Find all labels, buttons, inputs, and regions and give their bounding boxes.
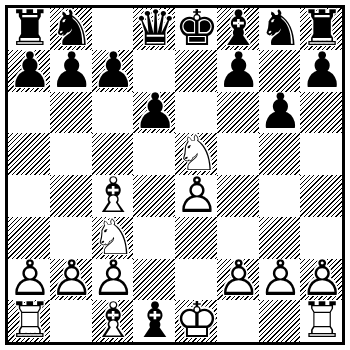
square-d7[interactable] [133,50,175,92]
square-h5[interactable] [300,133,342,175]
black-pawn-halo: ♟ [259,92,301,134]
square-f1[interactable] [217,300,259,342]
white-pawn-halo: ♟ [217,259,259,301]
white-bishop-halo: ♝ [92,175,134,217]
black-pawn-a7: ♟ [8,50,50,92]
square-a3[interactable] [8,217,50,259]
square-a1[interactable]: ♜♖ [8,300,50,342]
square-e3[interactable] [175,217,217,259]
square-e7[interactable] [175,50,217,92]
black-rook-halo: ♜ [8,8,50,50]
square-h1[interactable]: ♜♖ [300,300,342,342]
black-pawn-halo: ♟ [50,50,92,92]
square-b7[interactable]: ♟♟ [50,50,92,92]
black-bishop-d1: ♝ [133,300,175,342]
square-b6[interactable] [50,92,92,134]
square-f5[interactable] [217,133,259,175]
white-pawn-g2: ♙ [259,259,301,301]
square-e4[interactable]: ♟♙ [175,175,217,217]
black-knight-halo: ♞ [50,8,92,50]
square-h8[interactable]: ♜♜ [300,8,342,50]
square-g1[interactable] [259,300,301,342]
black-knight-b8: ♞ [50,8,92,50]
white-king-halo: ♚ [175,300,217,342]
square-b5[interactable] [50,133,92,175]
white-bishop-c1: ♗ [92,300,134,342]
white-bishop-c4: ♗ [92,175,134,217]
square-c6[interactable] [92,92,134,134]
black-king-halo: ♚ [175,8,217,50]
square-h6[interactable] [300,92,342,134]
square-d4[interactable] [133,175,175,217]
square-a6[interactable] [8,92,50,134]
square-f3[interactable] [217,217,259,259]
square-b1[interactable] [50,300,92,342]
square-d6[interactable]: ♟♟ [133,92,175,134]
square-e2[interactable] [175,259,217,301]
square-a2[interactable]: ♟♙ [8,259,50,301]
white-pawn-e4: ♙ [175,175,217,217]
square-d8[interactable]: ♛♛ [133,8,175,50]
square-e8[interactable]: ♚♚ [175,8,217,50]
square-d3[interactable] [133,217,175,259]
white-pawn-halo: ♟ [8,259,50,301]
black-rook-h8: ♜ [300,8,342,50]
black-knight-g8: ♞ [259,8,301,50]
square-d5[interactable] [133,133,175,175]
white-knight-e5: ♘ [175,133,217,175]
square-b3[interactable] [50,217,92,259]
black-pawn-f7: ♟ [217,50,259,92]
square-a4[interactable] [8,175,50,217]
white-pawn-halo: ♟ [175,175,217,217]
square-g7[interactable] [259,50,301,92]
square-e1[interactable]: ♚♔ [175,300,217,342]
square-f8[interactable]: ♝♝ [217,8,259,50]
white-rook-h1: ♖ [300,300,342,342]
black-pawn-halo: ♟ [217,50,259,92]
black-queen-d8: ♛ [133,8,175,50]
square-g2[interactable]: ♟♙ [259,259,301,301]
black-pawn-halo: ♟ [92,50,134,92]
white-rook-halo: ♜ [8,300,50,342]
square-f4[interactable] [217,175,259,217]
black-pawn-halo: ♟ [300,50,342,92]
square-g4[interactable] [259,175,301,217]
square-c7[interactable]: ♟♟ [92,50,134,92]
black-bishop-halo: ♝ [217,8,259,50]
white-rook-halo: ♜ [300,300,342,342]
square-e6[interactable] [175,92,217,134]
square-a7[interactable]: ♟♟ [8,50,50,92]
square-a8[interactable]: ♜♜ [8,8,50,50]
square-g8[interactable]: ♞♞ [259,8,301,50]
square-g6[interactable]: ♟♟ [259,92,301,134]
square-g5[interactable] [259,133,301,175]
black-pawn-g6: ♟ [259,92,301,134]
black-pawn-h7: ♟ [300,50,342,92]
black-rook-halo: ♜ [300,8,342,50]
black-knight-halo: ♞ [259,8,301,50]
square-h4[interactable] [300,175,342,217]
square-c5[interactable] [92,133,134,175]
black-bishop-halo: ♝ [133,300,175,342]
white-knight-halo: ♞ [92,217,134,259]
black-pawn-d6: ♟ [133,92,175,134]
white-pawn-halo: ♟ [50,259,92,301]
white-king-e1: ♔ [175,300,217,342]
white-knight-c3: ♘ [92,217,134,259]
square-c2[interactable]: ♟♙ [92,259,134,301]
black-bishop-f8: ♝ [217,8,259,50]
square-h3[interactable] [300,217,342,259]
black-rook-a8: ♜ [8,8,50,50]
square-c8[interactable] [92,8,134,50]
square-f6[interactable] [217,92,259,134]
square-c4[interactable]: ♝♗ [92,175,134,217]
white-knight-halo: ♞ [175,133,217,175]
board-frame: ♜♜♞♞♛♛♚♚♝♝♞♞♜♜♟♟♟♟♟♟♟♟♟♟♟♟♟♟♞♘♝♗♟♙♞♘♟♙♟♙… [5,5,345,345]
square-a5[interactable] [8,133,50,175]
black-pawn-b7: ♟ [50,50,92,92]
square-d1[interactable]: ♝♝ [133,300,175,342]
square-g3[interactable] [259,217,301,259]
square-b4[interactable] [50,175,92,217]
square-c1[interactable]: ♝♗ [92,300,134,342]
square-e5[interactable]: ♞♘ [175,133,217,175]
white-pawn-h2: ♙ [300,259,342,301]
black-queen-halo: ♛ [133,8,175,50]
square-d2[interactable] [133,259,175,301]
white-pawn-f2: ♙ [217,259,259,301]
white-pawn-halo: ♟ [300,259,342,301]
square-h2[interactable]: ♟♙ [300,259,342,301]
square-b8[interactable]: ♞♞ [50,8,92,50]
white-pawn-halo: ♟ [259,259,301,301]
white-pawn-a2: ♙ [8,259,50,301]
square-c3[interactable]: ♞♘ [92,217,134,259]
square-b2[interactable]: ♟♙ [50,259,92,301]
black-pawn-c7: ♟ [92,50,134,92]
chess-board: ♜♜♞♞♛♛♚♚♝♝♞♞♜♜♟♟♟♟♟♟♟♟♟♟♟♟♟♟♞♘♝♗♟♙♞♘♟♙♟♙… [8,8,342,342]
white-rook-a1: ♖ [8,300,50,342]
white-pawn-halo: ♟ [92,259,134,301]
white-pawn-b2: ♙ [50,259,92,301]
black-pawn-halo: ♟ [133,92,175,134]
white-bishop-halo: ♝ [92,300,134,342]
square-f2[interactable]: ♟♙ [217,259,259,301]
black-pawn-halo: ♟ [8,50,50,92]
white-pawn-c2: ♙ [92,259,134,301]
square-f7[interactable]: ♟♟ [217,50,259,92]
black-king-e8: ♚ [175,8,217,50]
square-h7[interactable]: ♟♟ [300,50,342,92]
